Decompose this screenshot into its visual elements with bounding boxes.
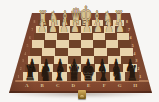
rank-label: 3 xyxy=(22,60,24,64)
piece-bR: ♜ xyxy=(126,63,138,84)
square-r7c6: ♞ xyxy=(110,72,125,81)
piece-wP: ♟ xyxy=(105,17,114,35)
piece-bB: ♝ xyxy=(97,63,109,84)
board-rank-row xyxy=(32,40,131,48)
piece-bB: ♝ xyxy=(53,63,65,84)
piece-wP: ♟ xyxy=(37,17,46,35)
file-label: D xyxy=(66,82,82,89)
square-r7c3: ♛ xyxy=(67,72,82,81)
rank-label: 5 xyxy=(27,45,29,49)
square-r3c0 xyxy=(32,40,44,48)
chess-set-photo: ♜♞♝♛♚♝♞♜♟♟♟♟♟♟♟♟♟♟♟♟♟♟♟♟♜♞♝♛♚♝♞♜ ABCDEFG… xyxy=(0,0,159,102)
square-r3c4 xyxy=(81,40,93,48)
square-r7c1: ♞ xyxy=(38,72,53,81)
piece-bK: ♚ xyxy=(81,59,95,84)
piece-bN: ♞ xyxy=(39,63,51,84)
brass-latch-icon xyxy=(78,90,86,99)
rank-label: 8 xyxy=(34,21,36,25)
square-r3c3 xyxy=(69,40,81,48)
file-label: F xyxy=(97,82,113,89)
rank-label: 5 xyxy=(132,45,134,49)
square-r7c7: ♜ xyxy=(125,72,140,81)
rank-label: 6 xyxy=(29,37,31,41)
rank-label: 7 xyxy=(31,29,33,33)
square-r1c5: ♟ xyxy=(92,26,103,33)
chess-board: ♜♞♝♛♚♝♞♜♟♟♟♟♟♟♟♟♟♟♟♟♟♟♟♟♜♞♝♛♚♝♞♜ xyxy=(23,20,139,81)
square-r7c5: ♝ xyxy=(96,72,111,81)
square-r3c7 xyxy=(118,40,130,48)
square-r1c6: ♟ xyxy=(104,26,115,33)
rank-label: 7 xyxy=(128,29,130,33)
board-rank-row: ♜♞♝♛♚♝♞♜ xyxy=(23,72,139,81)
square-r1c4: ♟ xyxy=(81,26,92,33)
rank-label: 1 xyxy=(17,76,19,80)
square-r1c1: ♟ xyxy=(47,26,58,33)
rank-label: 4 xyxy=(24,53,26,57)
piece-bN: ♞ xyxy=(111,63,123,84)
rank-label: 8 xyxy=(126,21,128,25)
latch-knob xyxy=(80,95,84,98)
square-r1c3: ♟ xyxy=(70,26,81,33)
square-r1c2: ♟ xyxy=(59,26,70,33)
piece-bQ: ♛ xyxy=(67,61,80,84)
piece-bR: ♜ xyxy=(24,63,36,84)
file-label: E xyxy=(81,82,97,89)
square-r3c6 xyxy=(106,40,118,48)
piece-wP: ♟ xyxy=(82,17,91,35)
square-r3c1 xyxy=(44,40,56,48)
square-r7c2: ♝ xyxy=(52,72,67,81)
rank-label: 3 xyxy=(136,60,138,64)
piece-wP: ♟ xyxy=(71,17,80,35)
square-r3c2 xyxy=(56,40,68,48)
file-label: C xyxy=(50,82,66,89)
square-r3c5 xyxy=(93,40,105,48)
square-r7c0: ♜ xyxy=(23,72,38,81)
square-r1c7: ♟ xyxy=(115,26,126,33)
square-r1c0: ♟ xyxy=(36,26,47,33)
piece-wP: ♟ xyxy=(116,17,125,35)
piece-wP: ♟ xyxy=(93,17,102,35)
rank-label: 6 xyxy=(130,37,132,41)
file-labels: ABCDEFGH xyxy=(19,82,143,89)
rank-label: 2 xyxy=(20,68,22,72)
file-label: B xyxy=(35,82,51,89)
rank-label: 4 xyxy=(134,53,136,57)
rank-label: 2 xyxy=(137,68,139,72)
piece-wP: ♟ xyxy=(60,17,69,35)
file-label: H xyxy=(128,82,144,89)
piece-wP: ♟ xyxy=(48,17,57,35)
file-label: G xyxy=(112,82,128,89)
file-label: A xyxy=(19,82,35,89)
square-r7c4: ♚ xyxy=(81,72,96,81)
rank-label: 1 xyxy=(139,76,141,80)
